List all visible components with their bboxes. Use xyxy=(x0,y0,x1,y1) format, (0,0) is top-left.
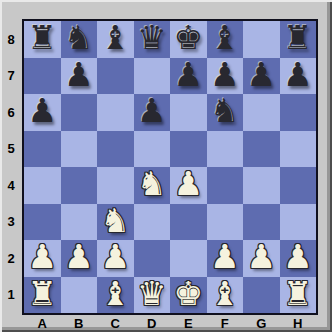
piece-white-knight[interactable]: ♞ xyxy=(137,166,167,202)
file-labels: ABCDEFGH xyxy=(24,315,316,331)
piece-black-rook[interactable]: ♜ xyxy=(27,20,57,56)
square-f3[interactable] xyxy=(207,204,244,241)
square-f8[interactable]: ♝ xyxy=(207,21,244,58)
piece-white-knight[interactable]: ♞ xyxy=(100,203,130,239)
rank-label-2: 2 xyxy=(0,240,22,277)
square-f2[interactable]: ♟ xyxy=(207,240,244,277)
piece-white-pawn[interactable]: ♟ xyxy=(210,239,240,275)
rank-label-4: 4 xyxy=(0,167,22,204)
square-h3[interactable] xyxy=(280,204,317,241)
square-e7[interactable]: ♟ xyxy=(170,58,207,95)
square-f7[interactable]: ♟ xyxy=(207,58,244,95)
square-c2[interactable]: ♟ xyxy=(97,240,134,277)
file-label-c: C xyxy=(97,315,134,331)
piece-white-queen[interactable]: ♛ xyxy=(137,276,167,312)
square-d8[interactable]: ♛ xyxy=(134,21,171,58)
piece-white-pawn[interactable]: ♟ xyxy=(27,239,57,275)
rank-labels: 87654321 xyxy=(0,21,22,313)
square-c6[interactable] xyxy=(97,94,134,131)
square-g5[interactable] xyxy=(243,131,280,168)
piece-white-bishop[interactable]: ♝ xyxy=(100,276,130,312)
square-f6[interactable]: ♞ xyxy=(207,94,244,131)
file-label-a: A xyxy=(24,315,61,331)
file-label-e: E xyxy=(170,315,207,331)
square-c3[interactable]: ♞ xyxy=(97,204,134,241)
square-a4[interactable] xyxy=(24,167,61,204)
file-label-g: G xyxy=(243,315,280,331)
piece-black-knight[interactable]: ♞ xyxy=(210,93,240,129)
piece-white-pawn[interactable]: ♟ xyxy=(173,166,203,202)
piece-white-pawn[interactable]: ♟ xyxy=(100,239,130,275)
square-b7[interactable]: ♟ xyxy=(61,58,98,95)
square-d6[interactable]: ♟ xyxy=(134,94,171,131)
square-f1[interactable]: ♝ xyxy=(207,277,244,314)
square-a3[interactable] xyxy=(24,204,61,241)
square-h8[interactable]: ♜ xyxy=(280,21,317,58)
piece-black-pawn[interactable]: ♟ xyxy=(283,57,313,93)
square-h4[interactable] xyxy=(280,167,317,204)
square-h1[interactable]: ♜ xyxy=(280,277,317,314)
square-e1[interactable]: ♚ xyxy=(170,277,207,314)
square-g6[interactable] xyxy=(243,94,280,131)
piece-black-bishop[interactable]: ♝ xyxy=(210,20,240,56)
square-c7[interactable] xyxy=(97,58,134,95)
piece-white-bishop[interactable]: ♝ xyxy=(210,276,240,312)
square-b1[interactable] xyxy=(61,277,98,314)
piece-white-pawn[interactable]: ♟ xyxy=(246,239,276,275)
piece-white-king[interactable]: ♚ xyxy=(173,276,203,312)
square-e3[interactable] xyxy=(170,204,207,241)
square-e8[interactable]: ♚ xyxy=(170,21,207,58)
square-g3[interactable] xyxy=(243,204,280,241)
square-b3[interactable] xyxy=(61,204,98,241)
square-a6[interactable]: ♟ xyxy=(24,94,61,131)
piece-white-rook[interactable]: ♜ xyxy=(27,276,57,312)
square-d4[interactable]: ♞ xyxy=(134,167,171,204)
square-a2[interactable]: ♟ xyxy=(24,240,61,277)
piece-white-pawn[interactable]: ♟ xyxy=(283,239,313,275)
square-f4[interactable] xyxy=(207,167,244,204)
square-g8[interactable] xyxy=(243,21,280,58)
rank-label-7: 7 xyxy=(0,58,22,95)
piece-black-knight[interactable]: ♞ xyxy=(64,20,94,56)
square-g4[interactable] xyxy=(243,167,280,204)
square-f5[interactable] xyxy=(207,131,244,168)
file-label-d: D xyxy=(134,315,171,331)
rank-label-6: 6 xyxy=(0,94,22,131)
square-b6[interactable] xyxy=(61,94,98,131)
square-g2[interactable]: ♟ xyxy=(243,240,280,277)
square-h7[interactable]: ♟ xyxy=(280,58,317,95)
chess-board[interactable]: ♜♞♝♛♚♝♜♟♟♟♟♟♟♟♞♞♟♞♟♟♟♟♟♟♜♝♛♚♝♜ xyxy=(22,19,318,315)
piece-black-pawn[interactable]: ♟ xyxy=(246,57,276,93)
square-h5[interactable] xyxy=(280,131,317,168)
square-c5[interactable] xyxy=(97,131,134,168)
square-d5[interactable] xyxy=(134,131,171,168)
piece-black-bishop[interactable]: ♝ xyxy=(100,20,130,56)
square-c1[interactable]: ♝ xyxy=(97,277,134,314)
square-e4[interactable]: ♟ xyxy=(170,167,207,204)
file-label-h: H xyxy=(280,315,317,331)
piece-white-rook[interactable]: ♜ xyxy=(283,276,313,312)
square-d2[interactable] xyxy=(134,240,171,277)
square-d1[interactable]: ♛ xyxy=(134,277,171,314)
piece-black-queen[interactable]: ♛ xyxy=(137,20,167,56)
square-a5[interactable] xyxy=(24,131,61,168)
chess-window: 87654321 ♜♞♝♛♚♝♜♟♟♟♟♟♟♟♞♞♟♞♟♟♟♟♟♟♜♝♛♚♝♜ … xyxy=(0,0,332,332)
piece-black-pawn[interactable]: ♟ xyxy=(210,57,240,93)
square-c4[interactable] xyxy=(97,167,134,204)
square-e5[interactable] xyxy=(170,131,207,168)
piece-black-king[interactable]: ♚ xyxy=(173,20,203,56)
rank-label-3: 3 xyxy=(0,204,22,241)
square-g7[interactable]: ♟ xyxy=(243,58,280,95)
square-g1[interactable] xyxy=(243,277,280,314)
square-h6[interactable] xyxy=(280,94,317,131)
square-a1[interactable]: ♜ xyxy=(24,277,61,314)
file-label-f: F xyxy=(207,315,244,331)
square-c8[interactable]: ♝ xyxy=(97,21,134,58)
square-d3[interactable] xyxy=(134,204,171,241)
piece-black-pawn[interactable]: ♟ xyxy=(27,93,57,129)
square-e2[interactable] xyxy=(170,240,207,277)
piece-black-pawn[interactable]: ♟ xyxy=(64,57,94,93)
piece-black-pawn[interactable]: ♟ xyxy=(173,57,203,93)
square-b4[interactable] xyxy=(61,167,98,204)
piece-black-pawn[interactable]: ♟ xyxy=(137,93,167,129)
square-d7[interactable] xyxy=(134,58,171,95)
square-b5[interactable] xyxy=(61,131,98,168)
square-a8[interactable]: ♜ xyxy=(24,21,61,58)
rank-label-5: 5 xyxy=(0,131,22,168)
square-b2[interactable]: ♟ xyxy=(61,240,98,277)
rank-label-1: 1 xyxy=(0,277,22,314)
square-e6[interactable] xyxy=(170,94,207,131)
file-label-b: B xyxy=(61,315,98,331)
rank-label-8: 8 xyxy=(0,21,22,58)
square-a7[interactable] xyxy=(24,58,61,95)
piece-white-pawn[interactable]: ♟ xyxy=(64,239,94,275)
piece-black-rook[interactable]: ♜ xyxy=(283,20,313,56)
square-h2[interactable]: ♟ xyxy=(280,240,317,277)
square-b8[interactable]: ♞ xyxy=(61,21,98,58)
